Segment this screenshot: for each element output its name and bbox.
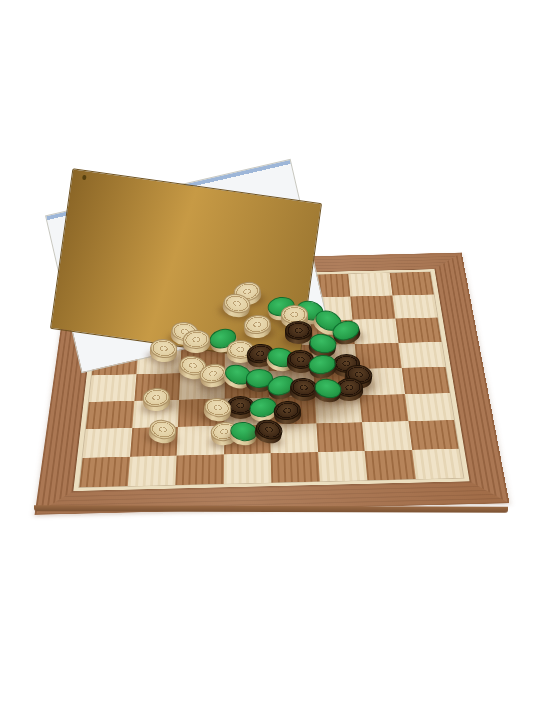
checker-piece-dt bbox=[285, 321, 312, 345]
checker-face bbox=[285, 321, 312, 340]
checker-piece-dg bbox=[307, 353, 337, 381]
checker-piece-lt bbox=[147, 418, 178, 446]
checker-piece-lt bbox=[142, 387, 171, 414]
checkers-pile bbox=[0, 0, 540, 720]
checker-piece-lt bbox=[182, 329, 211, 355]
checker-piece-lt bbox=[202, 396, 232, 424]
checker-piece-dg bbox=[312, 376, 343, 405]
checker-piece-lt bbox=[243, 314, 272, 341]
checker-piece-lt bbox=[149, 338, 178, 365]
product-photo-scene: { "game": "checkers-draughts", "scene": … bbox=[0, 0, 540, 720]
